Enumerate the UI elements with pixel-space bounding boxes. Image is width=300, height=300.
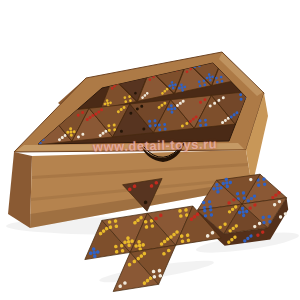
box-left-face — [8, 152, 32, 228]
product-photo: www.detail-toys.ru — [0, 0, 300, 300]
scene-svg — [0, 0, 300, 300]
